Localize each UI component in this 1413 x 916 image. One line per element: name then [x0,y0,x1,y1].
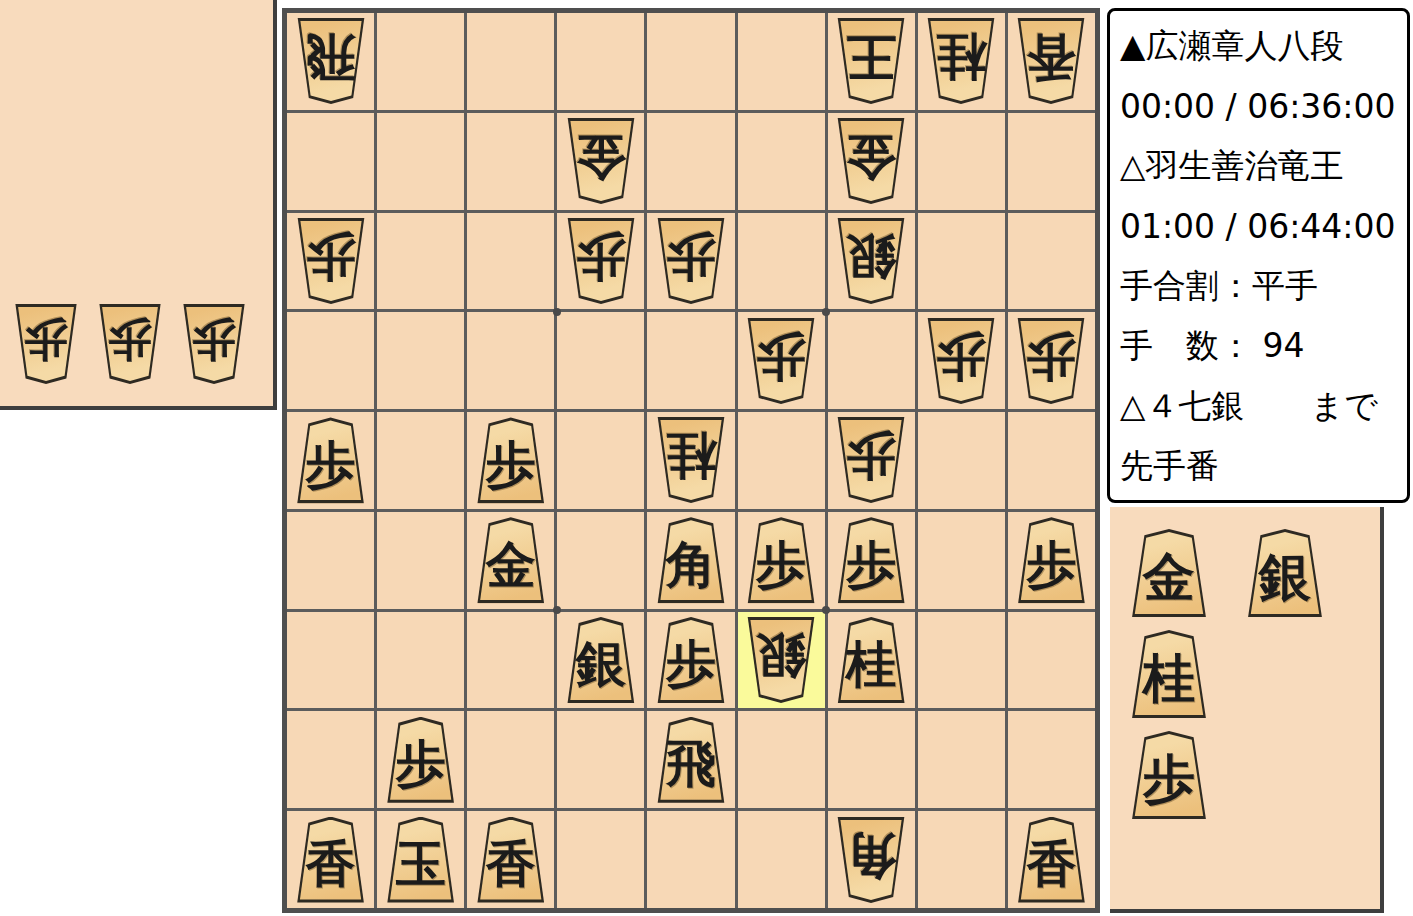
square-f3r6[interactable]: 歩 [828,512,915,609]
shogi-piece-pawn-gote[interactable]: 歩 [654,218,728,304]
square-f4r2[interactable] [738,113,825,210]
shogi-piece-lance-sente[interactable]: 香 [474,817,548,903]
shogi-piece-king-sente[interactable]: 玉 [384,817,458,903]
shogi-piece-pawn-gote[interactable]: 歩 [834,417,908,503]
square-f8r4[interactable] [377,312,464,409]
square-f2r3[interactable] [918,213,1005,310]
shogi-piece-rook-gote[interactable]: 飛 [294,18,368,104]
square-f3r3[interactable]: 銀 [828,213,915,310]
square-f4r5[interactable] [738,412,825,509]
sente-player-name: ▲広瀬章人八段 [1120,16,1401,76]
piece-kanji: 歩 [666,639,716,689]
shogi-piece-pawn-sente[interactable]: 歩 [654,617,728,703]
square-f9r4[interactable] [287,312,374,409]
square-f5r8[interactable]: 飛 [647,711,734,808]
piece-kanji: 歩 [756,331,806,381]
shogi-piece-pawn-sente[interactable]: 歩 [474,417,548,503]
shogi-piece-silver-sente[interactable]: 銀 [1244,529,1326,617]
shogi-piece-pawn-sente[interactable]: 歩 [294,417,368,503]
piece-kanji: 歩 [1143,753,1195,805]
square-f2r2[interactable] [918,113,1005,210]
square-f2r8[interactable] [918,711,1005,808]
piece-kanji: 香 [1026,32,1076,82]
square-f2r6[interactable] [918,512,1005,609]
shogi-piece-pawn-sente[interactable]: 歩 [834,517,908,603]
square-f6r1[interactable] [557,13,644,110]
square-f8r7[interactable] [377,612,464,709]
square-f2r1[interactable]: 桂 [918,13,1005,110]
piece-kanji: 歩 [756,540,806,590]
piece-kanji: 銀 [576,639,626,689]
piece-kanji: 銀 [846,232,896,282]
square-f1r9[interactable]: 香 [1008,811,1095,908]
piece-kanji: 金 [1143,551,1195,603]
square-f5r5[interactable]: 桂 [647,412,734,509]
shogi-piece-silver-gote[interactable]: 銀 [834,218,908,304]
square-f2r7[interactable] [918,612,1005,709]
piece-kanji: 角 [666,540,716,590]
square-f4r1[interactable] [738,13,825,110]
square-f7r5[interactable]: 歩 [467,412,554,509]
shogi-piece-lance-gote[interactable]: 香 [1014,18,1088,104]
side-to-move: 先手番 [1120,436,1401,496]
piece-kanji: 飛 [666,739,716,789]
shogi-app: 歩歩歩 飛王桂香金金歩歩歩銀歩歩歩歩歩桂歩金角歩歩歩銀歩銀桂歩飛香玉香角香 ▲広… [0,0,1413,916]
shogi-piece-pawn-sente[interactable]: 歩 [384,717,458,803]
piece-kanji: 歩 [1026,331,1076,381]
square-f9r6[interactable] [287,512,374,609]
shogi-piece-rook-sente[interactable]: 飛 [654,717,728,803]
gote-player-name: △羽生善治竜王 [1120,136,1401,196]
shogi-piece-pawn-sente[interactable]: 歩 [1014,517,1088,603]
piece-kanji: 歩 [1026,540,1076,590]
shogi-piece-pawn-gote[interactable]: 歩 [744,318,818,404]
square-f4r7[interactable]: 銀 [738,612,825,709]
shogi-piece-pawn-sente[interactable]: 歩 [744,517,818,603]
square-f8r5[interactable] [377,412,464,509]
square-f1r4[interactable]: 歩 [1008,312,1095,409]
piece-kanji: 歩 [846,431,896,481]
square-f1r1[interactable]: 香 [1008,13,1095,110]
square-f3r5[interactable]: 歩 [828,412,915,509]
square-f3r8[interactable] [828,711,915,808]
square-f7r4[interactable] [467,312,554,409]
shogi-piece-gold-sente[interactable]: 金 [1128,529,1210,617]
piece-kanji: 飛 [306,32,356,82]
square-f5r1[interactable] [647,13,734,110]
square-f6r9[interactable] [557,811,644,908]
gote-hand-tray: 歩歩歩 [0,0,277,410]
square-f6r6[interactable] [557,512,644,609]
square-f3r9[interactable]: 角 [828,811,915,908]
square-f8r9[interactable]: 玉 [377,811,464,908]
square-f8r2[interactable] [377,113,464,210]
piece-kanji: 歩 [192,318,236,362]
square-f9r1[interactable]: 飛 [287,13,374,110]
shogi-piece-knight-sente[interactable]: 桂 [1128,630,1210,718]
square-f4r9[interactable] [738,811,825,908]
square-f4r8[interactable] [738,711,825,808]
square-f6r3[interactable]: 歩 [557,213,644,310]
square-f3r2[interactable]: 金 [828,113,915,210]
sente-clock: 00:00 / 06:36:00 [1120,76,1401,136]
shogi-piece-pawn-gote[interactable]: 歩 [1014,318,1088,404]
square-f4r4[interactable]: 歩 [738,312,825,409]
shogi-piece-pawn-gote[interactable]: 歩 [294,218,368,304]
piece-kanji: 桂 [1143,652,1195,704]
shogi-piece-silver-sente[interactable]: 銀 [564,617,638,703]
square-f6r4[interactable] [557,312,644,409]
square-f1r2[interactable] [1008,113,1095,210]
shogi-piece-pawn-gote[interactable]: 歩 [564,218,638,304]
shogi-piece-bishop-gote[interactable]: 角 [834,817,908,903]
shogi-piece-king-gote[interactable]: 王 [834,18,908,104]
shogi-piece-gold-gote[interactable]: 金 [564,118,638,204]
square-f6r8[interactable] [557,711,644,808]
shogi-piece-bishop-sente[interactable]: 角 [654,517,728,603]
piece-kanji: 歩 [24,318,68,362]
square-f3r7[interactable]: 桂 [828,612,915,709]
piece-kanji: 玉 [396,839,446,889]
square-f9r3[interactable]: 歩 [287,213,374,310]
shogi-board: 飛王桂香金金歩歩歩銀歩歩歩歩歩桂歩金角歩歩歩銀歩銀桂歩飛香玉香角香 [282,8,1100,913]
shogi-piece-knight-gote[interactable]: 桂 [924,18,998,104]
square-f5r6[interactable]: 角 [647,512,734,609]
piece-kanji: 歩 [666,232,716,282]
square-f1r6[interactable]: 歩 [1008,512,1095,609]
square-f4r6[interactable]: 歩 [738,512,825,609]
move-count: 手 数： 94 [1120,316,1401,376]
square-f8r8[interactable]: 歩 [377,711,464,808]
piece-kanji: 歩 [306,232,356,282]
square-f2r5[interactable] [918,412,1005,509]
square-f5r4[interactable] [647,312,734,409]
handicap-label: 手合割：平手 [1120,256,1401,316]
shogi-piece-pawn-gote[interactable]: 歩 [12,304,80,384]
shogi-piece-pawn-sente[interactable]: 歩 [1128,731,1210,819]
piece-kanji: 香 [306,839,356,889]
shogi-piece-pawn-gote[interactable]: 歩 [180,304,248,384]
square-f7r9[interactable]: 香 [467,811,554,908]
square-f4r3[interactable] [738,213,825,310]
square-f9r5[interactable]: 歩 [287,412,374,509]
square-f1r3[interactable] [1008,213,1095,310]
piece-kanji: 香 [486,839,536,889]
square-f8r6[interactable] [377,512,464,609]
square-f7r1[interactable] [467,13,554,110]
square-f1r8[interactable] [1008,711,1095,808]
shogi-piece-lance-sente[interactable]: 香 [294,817,368,903]
square-f6r5[interactable] [557,412,644,509]
piece-kanji: 桂 [846,639,896,689]
square-f6r7[interactable]: 銀 [557,612,644,709]
square-f7r2[interactable] [467,113,554,210]
gote-clock: 01:00 / 06:44:00 [1120,196,1401,256]
square-f9r2[interactable] [287,113,374,210]
square-f2r4[interactable]: 歩 [918,312,1005,409]
square-f7r8[interactable] [467,711,554,808]
piece-kanji: 銀 [756,631,806,681]
piece-kanji: 金 [486,540,536,590]
square-f7r6[interactable]: 金 [467,512,554,609]
piece-kanji: 歩 [846,540,896,590]
square-f8r1[interactable] [377,13,464,110]
square-f7r7[interactable] [467,612,554,709]
square-f7r3[interactable] [467,213,554,310]
shogi-piece-pawn-gote[interactable]: 歩 [924,318,998,404]
square-f3r4[interactable] [828,312,915,409]
piece-kanji: 歩 [396,739,446,789]
square-f9r8[interactable] [287,711,374,808]
shogi-piece-pawn-gote[interactable]: 歩 [96,304,164,384]
square-f8r3[interactable] [377,213,464,310]
square-f1r7[interactable] [1008,612,1095,709]
shogi-piece-knight-sente[interactable]: 桂 [834,617,908,703]
square-f9r9[interactable]: 香 [287,811,374,908]
shogi-piece-lance-sente[interactable]: 香 [1014,817,1088,903]
piece-kanji: 金 [846,132,896,182]
piece-kanji: 金 [576,132,626,182]
square-f3r1[interactable]: 王 [828,13,915,110]
square-f5r3[interactable]: 歩 [647,213,734,310]
piece-kanji: 角 [846,830,896,880]
game-info-panel: ▲広瀬章人八段 00:00 / 06:36:00 △羽生善治竜王 01:00 /… [1107,8,1410,503]
square-f2r9[interactable] [918,811,1005,908]
piece-kanji: 歩 [306,440,356,490]
piece-kanji: 桂 [666,431,716,481]
shogi-piece-gold-gote[interactable]: 金 [834,118,908,204]
square-f6r2[interactable]: 金 [557,113,644,210]
piece-kanji: 王 [846,32,896,82]
square-f1r5[interactable] [1008,412,1095,509]
shogi-piece-gold-sente[interactable]: 金 [474,517,548,603]
piece-kanji: 桂 [936,32,986,82]
square-f9r7[interactable] [287,612,374,709]
sente-hand-tray: 金銀桂歩 [1110,507,1384,913]
square-f5r2[interactable] [647,113,734,210]
piece-kanji: 歩 [576,232,626,282]
piece-kanji: 歩 [108,318,152,362]
shogi-piece-silver-gote[interactable]: 銀 [744,617,818,703]
piece-kanji: 香 [1026,839,1076,889]
square-f5r7[interactable]: 歩 [647,612,734,709]
piece-kanji: 歩 [486,440,536,490]
piece-kanji: 銀 [1259,551,1311,603]
square-f5r9[interactable] [647,811,734,908]
last-move-label: △４七銀 まで [1120,376,1401,436]
piece-kanji: 歩 [936,331,986,381]
shogi-piece-knight-gote[interactable]: 桂 [654,417,728,503]
